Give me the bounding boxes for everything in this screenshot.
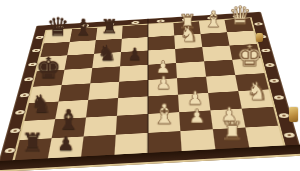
- board-square[interactable]: [114, 133, 148, 155]
- board-square[interactable]: [180, 129, 215, 151]
- brass-clasp-icon: [289, 107, 298, 122]
- board-square[interactable]: [148, 131, 182, 153]
- board-square[interactable]: [204, 60, 235, 77]
- board-square[interactable]: [88, 82, 119, 100]
- board-square[interactable]: [62, 68, 93, 85]
- chess-set-photo: ♛♝♜♜♝♛♞♞♟♚♟♚♟♞♟♞♝♝♟♟♜♟♜: [0, 0, 300, 171]
- board-square[interactable]: [86, 98, 118, 117]
- board-square[interactable]: [84, 116, 117, 137]
- board-square[interactable]: [118, 80, 148, 98]
- chess-piece-white-knight[interactable]: ♞: [173, 24, 205, 45]
- chess-piece-white-king[interactable]: ♚: [232, 42, 266, 71]
- chess-piece-black-king[interactable]: ♚: [31, 54, 65, 83]
- board-square[interactable]: [119, 65, 148, 82]
- board-square[interactable]: [116, 114, 148, 135]
- chess-piece-white-rook[interactable]: ♜: [212, 119, 251, 144]
- medallion-ornament-icon: [283, 132, 295, 137]
- brass-clasp-icon: [256, 33, 263, 42]
- chess-piece-white-knight[interactable]: ♞: [238, 79, 274, 104]
- medallion-ornament-icon: [278, 113, 289, 118]
- chess-piece-black-bishop[interactable]: ♝: [50, 105, 87, 133]
- medallion-ornament-icon: [157, 19, 165, 22]
- chess-piece-black-rook[interactable]: ♜: [94, 17, 125, 37]
- board-square[interactable]: [81, 135, 116, 157]
- medallion-ornament-icon: [131, 21, 139, 24]
- board-square[interactable]: [59, 83, 91, 101]
- chessboard: ♛♝♜♜♝♛♞♞♟♚♟♚♟♞♟♞♝♝♟♟♜♟♜: [0, 12, 300, 171]
- board-square[interactable]: [90, 66, 120, 83]
- chess-piece-white-pawn[interactable]: ♟: [145, 74, 180, 91]
- board-square[interactable]: [117, 96, 148, 115]
- chess-piece-white-queen[interactable]: ♛: [224, 3, 255, 28]
- chess-piece-black-pawn[interactable]: ♟: [46, 134, 85, 153]
